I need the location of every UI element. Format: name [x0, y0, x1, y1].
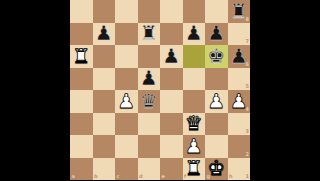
- coordinate-file-d: d: [139, 174, 143, 179]
- square-a7[interactable]: [70, 23, 93, 46]
- coordinate-file-a: a: [72, 174, 75, 179]
- square-c7[interactable]: [115, 23, 138, 46]
- square-g8[interactable]: [205, 0, 228, 23]
- square-h8[interactable]: 8♜: [228, 0, 251, 23]
- square-c4[interactable]: ♟: [115, 90, 138, 113]
- square-h4[interactable]: 4♟: [228, 90, 251, 113]
- square-e7[interactable]: [160, 23, 183, 46]
- chess-board: 8♜♟♜♟♟7♜♟♚6♟♟5♟♛♟4♟♛3♟2abcdef♜g♚1h: [70, 0, 250, 180]
- piece-black-pawn-f7[interactable]: ♟: [185, 22, 203, 45]
- coordinate-rank-3: 3: [246, 129, 249, 134]
- square-g2[interactable]: [205, 135, 228, 158]
- square-d1[interactable]: d: [138, 158, 161, 181]
- coordinate-file-e: e: [162, 174, 165, 179]
- piece-black-pawn-h6[interactable]: ♟: [230, 45, 248, 68]
- piece-white-pawn-c4[interactable]: ♟: [117, 90, 135, 113]
- square-b7[interactable]: ♟: [93, 23, 116, 46]
- piece-black-rook-d7[interactable]: ♜: [140, 22, 158, 45]
- coordinate-file-c: c: [117, 174, 120, 179]
- square-b4[interactable]: [93, 90, 116, 113]
- square-f7[interactable]: ♟: [183, 23, 206, 46]
- square-c8[interactable]: [115, 0, 138, 23]
- square-d6[interactable]: [138, 45, 161, 68]
- square-f6[interactable]: [183, 45, 206, 68]
- square-g1[interactable]: g♚: [205, 158, 228, 181]
- square-h5[interactable]: 5: [228, 68, 251, 91]
- square-a4[interactable]: [70, 90, 93, 113]
- coordinate-file-h: h: [229, 174, 233, 179]
- square-f2[interactable]: ♟: [183, 135, 206, 158]
- coordinate-rank-1: 1: [246, 174, 249, 179]
- square-e6[interactable]: ♟: [160, 45, 183, 68]
- piece-black-rook-h8[interactable]: ♜: [230, 0, 248, 22]
- square-a8[interactable]: [70, 0, 93, 23]
- square-a2[interactable]: [70, 135, 93, 158]
- square-b5[interactable]: [93, 68, 116, 91]
- square-d7[interactable]: ♜: [138, 23, 161, 46]
- coordinate-file-b: b: [94, 174, 98, 179]
- square-c6[interactable]: [115, 45, 138, 68]
- piece-white-pawn-f2[interactable]: ♟: [185, 135, 203, 158]
- square-d8[interactable]: [138, 0, 161, 23]
- square-h6[interactable]: 6♟: [228, 45, 251, 68]
- square-d3[interactable]: [138, 113, 161, 136]
- square-e1[interactable]: e: [160, 158, 183, 181]
- square-g6[interactable]: ♚: [205, 45, 228, 68]
- chess-app-stage: 8♜♟♜♟♟7♜♟♚6♟♟5♟♛♟4♟♛3♟2abcdef♜g♚1h: [0, 0, 320, 180]
- square-g3[interactable]: [205, 113, 228, 136]
- square-f8[interactable]: [183, 0, 206, 23]
- square-h3[interactable]: 3: [228, 113, 251, 136]
- piece-white-pawn-h4[interactable]: ♟: [230, 90, 248, 113]
- square-g4[interactable]: ♟: [205, 90, 228, 113]
- square-e2[interactable]: [160, 135, 183, 158]
- square-c3[interactable]: [115, 113, 138, 136]
- square-f4[interactable]: [183, 90, 206, 113]
- piece-white-pawn-g4[interactable]: ♟: [207, 90, 225, 113]
- square-c1[interactable]: c: [115, 158, 138, 181]
- square-f3[interactable]: ♛: [183, 113, 206, 136]
- square-g7[interactable]: ♟: [205, 23, 228, 46]
- square-f1[interactable]: f♜: [183, 158, 206, 181]
- square-h1[interactable]: 1h: [228, 158, 251, 181]
- square-a5[interactable]: [70, 68, 93, 91]
- square-d2[interactable]: [138, 135, 161, 158]
- square-e3[interactable]: [160, 113, 183, 136]
- piece-white-queen-f3[interactable]: ♛: [185, 112, 203, 135]
- piece-white-rook-f1[interactable]: ♜: [185, 157, 203, 180]
- square-e5[interactable]: [160, 68, 183, 91]
- square-g5[interactable]: [205, 68, 228, 91]
- letterbox-right: [250, 0, 320, 180]
- square-a3[interactable]: [70, 113, 93, 136]
- piece-black-queen-d4[interactable]: ♛: [140, 90, 158, 113]
- piece-black-pawn-g7[interactable]: ♟: [207, 22, 225, 45]
- piece-white-rook-a6[interactable]: ♜: [72, 45, 90, 68]
- square-b3[interactable]: [93, 113, 116, 136]
- square-f5[interactable]: [183, 68, 206, 91]
- square-e8[interactable]: [160, 0, 183, 23]
- square-b6[interactable]: [93, 45, 116, 68]
- square-c2[interactable]: [115, 135, 138, 158]
- square-h7[interactable]: 7: [228, 23, 251, 46]
- square-d4[interactable]: ♛: [138, 90, 161, 113]
- square-d5[interactable]: ♟: [138, 68, 161, 91]
- letterbox-left: [0, 0, 70, 180]
- square-h2[interactable]: 2: [228, 135, 251, 158]
- square-a6[interactable]: ♜: [70, 45, 93, 68]
- piece-black-pawn-d5[interactable]: ♟: [140, 67, 158, 90]
- square-a1[interactable]: a: [70, 158, 93, 181]
- coordinate-rank-2: 2: [246, 152, 249, 157]
- piece-black-pawn-b7[interactable]: ♟: [95, 22, 113, 45]
- square-b8[interactable]: [93, 0, 116, 23]
- square-b1[interactable]: b: [93, 158, 116, 181]
- square-c5[interactable]: [115, 68, 138, 91]
- square-b2[interactable]: [93, 135, 116, 158]
- piece-white-king-g1[interactable]: ♚: [207, 157, 225, 180]
- piece-black-king-g6[interactable]: ♚: [207, 45, 225, 68]
- piece-black-pawn-e6[interactable]: ♟: [162, 45, 180, 68]
- square-e4[interactable]: [160, 90, 183, 113]
